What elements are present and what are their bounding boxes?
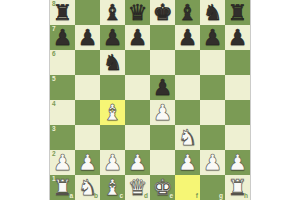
piece-black-pawn[interactable]: ♟: [150, 75, 175, 100]
square-e3[interactable]: [150, 125, 175, 150]
square-b1[interactable]: b♞: [75, 175, 100, 200]
square-h4[interactable]: [225, 100, 250, 125]
rank-label-5: 5: [52, 76, 56, 83]
rank-label-4: 4: [52, 101, 56, 108]
square-d4[interactable]: [125, 100, 150, 125]
square-d7[interactable]: ♟: [125, 25, 150, 50]
square-e6[interactable]: [150, 50, 175, 75]
piece-white-knight[interactable]: ♞: [75, 175, 100, 200]
square-b2[interactable]: ♟: [75, 150, 100, 175]
piece-black-knight[interactable]: ♞: [200, 0, 225, 25]
piece-white-rook[interactable]: ♜: [50, 175, 75, 200]
piece-black-king[interactable]: ♚: [150, 0, 175, 25]
piece-white-pawn[interactable]: ♟: [75, 150, 100, 175]
piece-black-rook[interactable]: ♜: [50, 0, 75, 25]
chess-board[interactable]: 8♜♝♛♚♝♞♜7♟♟♟♟♟♟♟6♞5♟4♝♟3♞2♟♟♟♟♟♟♟1a♜b♞c♝…: [50, 0, 250, 200]
square-b8[interactable]: [75, 0, 100, 25]
square-h7[interactable]: ♟: [225, 25, 250, 50]
square-b7[interactable]: ♟: [75, 25, 100, 50]
square-b5[interactable]: [75, 75, 100, 100]
piece-white-bishop[interactable]: ♝: [100, 175, 125, 200]
square-g4[interactable]: [200, 100, 225, 125]
rank-label-3: 3: [52, 126, 56, 133]
square-h2[interactable]: ♟: [225, 150, 250, 175]
piece-black-bishop[interactable]: ♝: [175, 0, 200, 25]
square-f4[interactable]: [175, 100, 200, 125]
square-d6[interactable]: [125, 50, 150, 75]
square-d2[interactable]: ♟: [125, 150, 150, 175]
piece-black-pawn[interactable]: ♟: [125, 25, 150, 50]
square-a7[interactable]: 7♟: [50, 25, 75, 50]
square-e1[interactable]: e♚: [150, 175, 175, 200]
piece-white-pawn[interactable]: ♟: [100, 150, 125, 175]
file-label-f: f: [196, 193, 198, 200]
square-c1[interactable]: c♝: [100, 175, 125, 200]
square-c5[interactable]: [100, 75, 125, 100]
square-c7[interactable]: ♟: [100, 25, 125, 50]
piece-black-rook[interactable]: ♜: [225, 0, 250, 25]
square-b4[interactable]: [75, 100, 100, 125]
piece-white-king[interactable]: ♚: [150, 175, 175, 200]
piece-black-pawn[interactable]: ♟: [50, 25, 75, 50]
square-e8[interactable]: ♚: [150, 0, 175, 25]
square-b3[interactable]: [75, 125, 100, 150]
square-e7[interactable]: [150, 25, 175, 50]
square-c8[interactable]: ♝: [100, 0, 125, 25]
square-h5[interactable]: [225, 75, 250, 100]
piece-white-pawn[interactable]: ♟: [225, 150, 250, 175]
square-c3[interactable]: [100, 125, 125, 150]
file-label-g: g: [219, 193, 223, 200]
square-g3[interactable]: [200, 125, 225, 150]
square-a4[interactable]: 4: [50, 100, 75, 125]
square-c2[interactable]: ♟: [100, 150, 125, 175]
square-f8[interactable]: ♝: [175, 0, 200, 25]
square-g8[interactable]: ♞: [200, 0, 225, 25]
square-f3[interactable]: ♞: [175, 125, 200, 150]
piece-black-bishop[interactable]: ♝: [100, 0, 125, 25]
square-g5[interactable]: [200, 75, 225, 100]
page: 8♜♝♛♚♝♞♜7♟♟♟♟♟♟♟6♞5♟4♝♟3♞2♟♟♟♟♟♟♟1a♜b♞c♝…: [0, 0, 300, 200]
square-f6[interactable]: [175, 50, 200, 75]
square-g7[interactable]: ♟: [200, 25, 225, 50]
piece-white-pawn[interactable]: ♟: [150, 100, 175, 125]
square-h1[interactable]: h♜: [225, 175, 250, 200]
square-d5[interactable]: [125, 75, 150, 100]
piece-white-pawn[interactable]: ♟: [200, 150, 225, 175]
square-d3[interactable]: [125, 125, 150, 150]
square-a8[interactable]: 8♜: [50, 0, 75, 25]
square-f1[interactable]: f: [175, 175, 200, 200]
square-c6[interactable]: ♞: [100, 50, 125, 75]
square-h6[interactable]: [225, 50, 250, 75]
piece-white-pawn[interactable]: ♟: [175, 150, 200, 175]
square-e4[interactable]: ♟: [150, 100, 175, 125]
square-g6[interactable]: [200, 50, 225, 75]
square-f5[interactable]: [175, 75, 200, 100]
square-h8[interactable]: ♜: [225, 0, 250, 25]
square-a3[interactable]: 3: [50, 125, 75, 150]
piece-black-knight[interactable]: ♞: [100, 50, 125, 75]
piece-white-queen[interactable]: ♛: [125, 175, 150, 200]
square-a5[interactable]: 5: [50, 75, 75, 100]
square-c4[interactable]: ♝: [100, 100, 125, 125]
square-e2[interactable]: [150, 150, 175, 175]
square-a6[interactable]: 6: [50, 50, 75, 75]
square-d1[interactable]: d♛: [125, 175, 150, 200]
square-f2[interactable]: ♟: [175, 150, 200, 175]
piece-black-pawn[interactable]: ♟: [200, 25, 225, 50]
piece-black-queen[interactable]: ♛: [125, 0, 150, 25]
piece-black-pawn[interactable]: ♟: [75, 25, 100, 50]
square-h3[interactable]: [225, 125, 250, 150]
piece-black-pawn[interactable]: ♟: [175, 25, 200, 50]
piece-white-bishop[interactable]: ♝: [100, 100, 125, 125]
square-g2[interactable]: ♟: [200, 150, 225, 175]
square-a1[interactable]: 1a♜: [50, 175, 75, 200]
piece-white-rook[interactable]: ♜: [225, 175, 250, 200]
square-d8[interactable]: ♛: [125, 0, 150, 25]
square-g1[interactable]: g: [200, 175, 225, 200]
square-a2[interactable]: 2♟: [50, 150, 75, 175]
piece-black-pawn[interactable]: ♟: [225, 25, 250, 50]
square-e5[interactable]: ♟: [150, 75, 175, 100]
piece-black-pawn[interactable]: ♟: [100, 25, 125, 50]
square-f7[interactable]: ♟: [175, 25, 200, 50]
piece-white-pawn[interactable]: ♟: [50, 150, 75, 175]
rank-label-6: 6: [52, 51, 56, 58]
piece-white-pawn[interactable]: ♟: [125, 150, 150, 175]
square-b6[interactable]: [75, 50, 100, 75]
piece-white-knight[interactable]: ♞: [175, 125, 200, 150]
